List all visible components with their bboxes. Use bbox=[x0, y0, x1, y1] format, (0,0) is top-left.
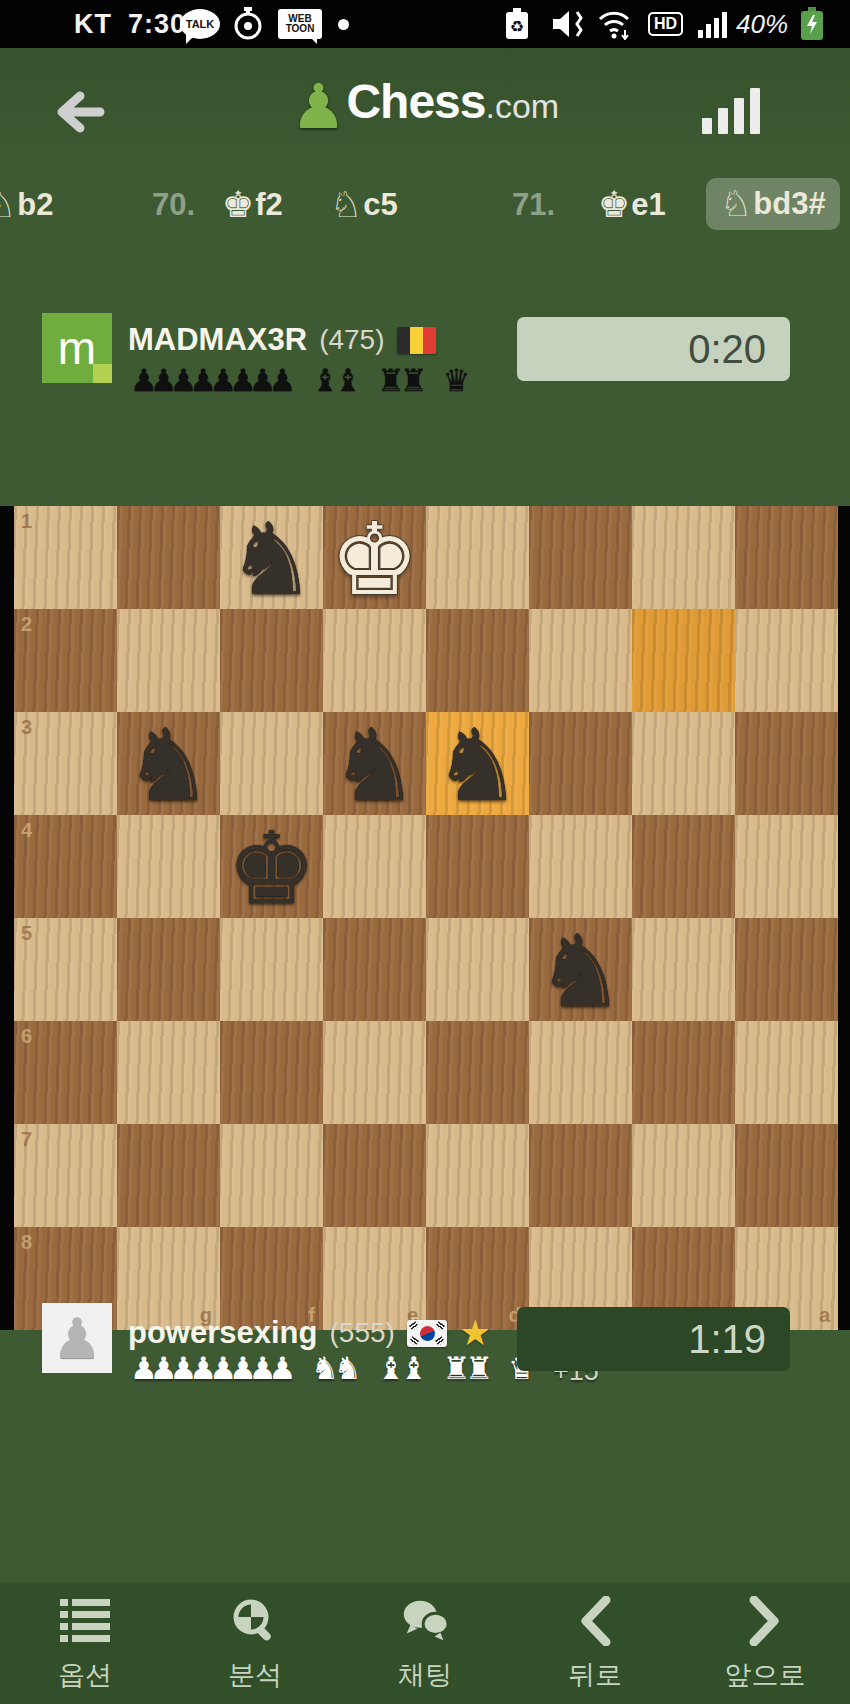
nav-chat-button[interactable]: 채팅 bbox=[340, 1583, 510, 1704]
options-list-icon bbox=[59, 1595, 111, 1647]
username: MADMAX3R bbox=[128, 322, 307, 358]
rank-label-2: 2 bbox=[21, 613, 32, 636]
square-c3[interactable] bbox=[529, 712, 632, 815]
board-band: 1♞♚23♞♞♞4♚5♞678hgfedcba bbox=[0, 506, 850, 1330]
rank-label-1: 1 bbox=[21, 510, 32, 533]
square-c1[interactable] bbox=[529, 506, 632, 609]
square-g7[interactable] bbox=[117, 1124, 220, 1227]
back-chevron-icon bbox=[569, 1595, 621, 1647]
signal-bars-icon bbox=[698, 0, 728, 48]
webtoon-icon: WEBTOON bbox=[278, 0, 322, 48]
square-a3[interactable] bbox=[735, 712, 838, 815]
black-knight-d3[interactable]: ♞ bbox=[426, 712, 529, 815]
square-b7[interactable] bbox=[632, 1124, 735, 1227]
square-e1[interactable]: ♚ bbox=[323, 506, 426, 609]
rating: (475) bbox=[319, 324, 384, 356]
logo-suffix: .com bbox=[485, 87, 559, 125]
square-d7[interactable] bbox=[426, 1124, 529, 1227]
move-list[interactable]: ♘b2 70. ♚f2 ♘c5 71. ♚e1 ♘bd3# bbox=[0, 176, 850, 234]
square-a7[interactable] bbox=[735, 1124, 838, 1227]
mute-vibrate-icon bbox=[551, 0, 587, 48]
black-knight-e3[interactable]: ♞ bbox=[323, 712, 426, 815]
forward-chevron-icon bbox=[739, 1595, 791, 1647]
square-b3[interactable] bbox=[632, 712, 735, 815]
rank-label-8: 8 bbox=[21, 1231, 32, 1254]
square-f6[interactable] bbox=[220, 1021, 323, 1124]
top-player-name-row: MADMAX3R (475) bbox=[128, 322, 437, 358]
south-korea-flag-icon bbox=[407, 1320, 447, 1347]
captured-rooks: ♜♜ bbox=[377, 362, 428, 399]
move-text: f2 bbox=[255, 187, 283, 223]
kakaotalk-icon: TALK bbox=[180, 0, 220, 48]
square-g4[interactable] bbox=[117, 815, 220, 918]
square-d6[interactable] bbox=[426, 1021, 529, 1124]
square-h3[interactable]: 3 bbox=[14, 712, 117, 815]
rank-label-7: 7 bbox=[21, 1128, 32, 1151]
captured-rooks: ♜♜ bbox=[443, 1350, 494, 1387]
status-bar: KT 7:30 TALK WEBTOON ♻ HD 40% bbox=[0, 0, 850, 48]
svg-text:♻: ♻ bbox=[510, 18, 524, 35]
black-king-f4[interactable]: ♚ bbox=[220, 815, 323, 918]
white-king-e1[interactable]: ♚ bbox=[323, 506, 426, 609]
square-c4[interactable] bbox=[529, 815, 632, 918]
nav-forward-button[interactable]: 앞으로 bbox=[680, 1583, 850, 1704]
move-token[interactable]: ♚e1 bbox=[598, 182, 666, 228]
square-a6[interactable] bbox=[735, 1021, 838, 1124]
notification-dot-icon bbox=[338, 0, 349, 48]
square-g3[interactable]: ♞ bbox=[117, 712, 220, 815]
square-g5[interactable] bbox=[117, 918, 220, 1021]
square-b4[interactable] bbox=[632, 815, 735, 918]
carrier-label: KT bbox=[74, 0, 112, 48]
rank-label-5: 5 bbox=[21, 922, 32, 945]
captured-pawns: ♟♟♟♟♟♟♟♟ bbox=[130, 362, 296, 399]
square-d4[interactable] bbox=[426, 815, 529, 918]
chess-board[interactable]: 1♞♚23♞♞♞4♚5♞678hgfedcba bbox=[14, 506, 838, 1330]
square-d5[interactable] bbox=[426, 918, 529, 1021]
square-e5[interactable] bbox=[323, 918, 426, 1021]
pawn-avatar-icon: ♟ bbox=[52, 1306, 102, 1371]
square-f4[interactable]: ♚ bbox=[220, 815, 323, 918]
square-e4[interactable] bbox=[323, 815, 426, 918]
move-token[interactable]: ♘c5 bbox=[330, 182, 398, 228]
wifi-icon bbox=[596, 0, 636, 48]
move-text: b2 bbox=[17, 187, 53, 223]
stopwatch-icon bbox=[232, 0, 264, 48]
nav-label: 뒤로 bbox=[568, 1657, 622, 1693]
knight-figurine-icon: ♘ bbox=[720, 183, 752, 225]
battery-saver-icon: ♻ bbox=[505, 0, 529, 48]
avatar[interactable]: ♟ bbox=[42, 1303, 112, 1373]
top-player-captured-pieces: ♟♟♟♟♟♟♟♟ ♝♝ ♜♜ ♛ bbox=[130, 362, 470, 399]
connection-bars-icon[interactable] bbox=[702, 88, 760, 134]
current-move-chip[interactable]: ♘bd3# bbox=[706, 178, 840, 230]
square-e3[interactable]: ♞ bbox=[323, 712, 426, 815]
captured-bishops: ♝♝ bbox=[311, 362, 362, 399]
square-d2[interactable] bbox=[426, 609, 529, 712]
black-knight-f1[interactable]: ♞ bbox=[220, 506, 323, 609]
square-f3[interactable] bbox=[220, 712, 323, 815]
move-text: c5 bbox=[363, 187, 397, 223]
file-label-a: a bbox=[819, 1304, 830, 1327]
square-e2[interactable] bbox=[323, 609, 426, 712]
square-g2[interactable] bbox=[117, 609, 220, 712]
logo-pawn-icon: ♟ bbox=[291, 72, 347, 141]
belgium-flag-icon bbox=[397, 327, 437, 354]
chess-app-screen: KT 7:30 TALK WEBTOON ♻ HD 40% bbox=[0, 0, 850, 1704]
square-a4[interactable] bbox=[735, 815, 838, 918]
square-e7[interactable] bbox=[323, 1124, 426, 1227]
square-h1[interactable]: 1 bbox=[14, 506, 117, 609]
status-clock: 7:30 bbox=[128, 0, 186, 48]
square-h6[interactable]: 6 bbox=[14, 1021, 117, 1124]
square-f2[interactable] bbox=[220, 609, 323, 712]
king-figurine-icon: ♚ bbox=[222, 184, 254, 226]
avatar[interactable]: m bbox=[42, 313, 112, 383]
move-text: e1 bbox=[631, 187, 665, 223]
move-token[interactable]: ♚f2 bbox=[222, 182, 283, 228]
square-g1[interactable] bbox=[117, 506, 220, 609]
move-text: bd3# bbox=[753, 186, 825, 222]
square-b2[interactable] bbox=[632, 609, 735, 712]
captured-knights: ♞♞ bbox=[311, 1350, 362, 1387]
square-a5[interactable] bbox=[735, 918, 838, 1021]
knight-figurine-icon: ♘ bbox=[330, 184, 362, 226]
nav-label: 옵션 bbox=[58, 1657, 112, 1693]
nav-options-button[interactable]: 옵션 bbox=[0, 1583, 170, 1704]
square-h5[interactable]: 5 bbox=[14, 918, 117, 1021]
captured-queen: ♛ bbox=[443, 362, 471, 399]
square-c5[interactable]: ♞ bbox=[529, 918, 632, 1021]
move-number: 71. bbox=[512, 182, 555, 228]
star-icon: ★ bbox=[459, 1312, 491, 1354]
nav-analysis-button[interactable]: 분석 bbox=[170, 1583, 340, 1704]
square-g6[interactable] bbox=[117, 1021, 220, 1124]
rank-label-4: 4 bbox=[21, 819, 32, 842]
avatar-corner-decoration bbox=[93, 364, 112, 383]
nav-label: 채팅 bbox=[398, 1657, 452, 1693]
square-h7[interactable]: 7 bbox=[14, 1124, 117, 1227]
square-b5[interactable] bbox=[632, 918, 735, 1021]
captured-pawns: ♟♟♟♟♟♟♟♟ bbox=[130, 1350, 296, 1387]
knight-figurine-icon: ♘ bbox=[0, 184, 16, 226]
battery-charging-icon bbox=[800, 0, 824, 48]
chat-bubbles-icon bbox=[399, 1595, 451, 1647]
rank-label-3: 3 bbox=[21, 716, 32, 739]
avatar-letter: m bbox=[58, 313, 96, 383]
square-a2[interactable] bbox=[735, 609, 838, 712]
hd-badge-icon: HD bbox=[648, 0, 683, 48]
move-token[interactable]: ♘b2 bbox=[0, 182, 53, 228]
square-c2[interactable] bbox=[529, 609, 632, 712]
square-b6[interactable] bbox=[632, 1021, 735, 1124]
username: powersexing bbox=[128, 1315, 318, 1351]
square-e6[interactable] bbox=[323, 1021, 426, 1124]
captured-bishops: ♝♝ bbox=[377, 1350, 428, 1387]
nav-label: 앞으로 bbox=[725, 1657, 806, 1693]
square-c7[interactable] bbox=[529, 1124, 632, 1227]
rank-label-6: 6 bbox=[21, 1025, 32, 1048]
rating: (555) bbox=[330, 1317, 395, 1349]
battery-percentage-label: 40% bbox=[736, 0, 788, 48]
top-player-clock: 0:20 bbox=[517, 317, 790, 381]
square-f7[interactable] bbox=[220, 1124, 323, 1227]
king-figurine-icon: ♚ bbox=[598, 184, 630, 226]
square-d3[interactable]: ♞ bbox=[426, 712, 529, 815]
nav-back-button[interactable]: 뒤로 bbox=[510, 1583, 680, 1704]
square-b1[interactable] bbox=[632, 506, 735, 609]
square-c6[interactable] bbox=[529, 1021, 632, 1124]
square-a1[interactable] bbox=[735, 506, 838, 609]
bottom-player-clock: 1:19 bbox=[517, 1307, 790, 1371]
square-d1[interactable] bbox=[426, 506, 529, 609]
bottom-nav-bar: 옵션 분석 채팅 뒤로 앞으로 bbox=[0, 1583, 850, 1704]
logo-text: Chess bbox=[346, 75, 485, 128]
analysis-magnifier-icon bbox=[229, 1595, 281, 1647]
nav-label: 분석 bbox=[228, 1657, 282, 1693]
black-knight-g3[interactable]: ♞ bbox=[117, 712, 220, 815]
app-header: ♟Chess.com bbox=[0, 48, 850, 175]
square-h2[interactable]: 2 bbox=[14, 609, 117, 712]
black-knight-c5[interactable]: ♞ bbox=[529, 918, 632, 1021]
move-number: 70. bbox=[152, 182, 195, 228]
square-f1[interactable]: ♞ bbox=[220, 506, 323, 609]
bottom-player-name-row: powersexing (555) ★ bbox=[128, 1312, 491, 1354]
square-h4[interactable]: 4 bbox=[14, 815, 117, 918]
square-f5[interactable] bbox=[220, 918, 323, 1021]
